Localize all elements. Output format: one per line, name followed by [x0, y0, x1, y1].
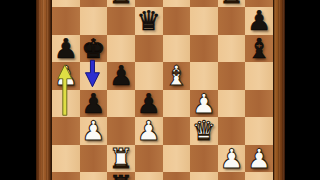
black-king-b6[interactable]: ♚: [81, 35, 105, 63]
white-queen-f3[interactable]: ♛: [192, 117, 216, 145]
square-d3[interactable]: ♟: [135, 117, 163, 145]
square-e2[interactable]: [163, 145, 191, 173]
square-b3[interactable]: ♟: [80, 117, 108, 145]
square-g6[interactable]: [218, 35, 246, 63]
square-a8[interactable]: [52, 0, 80, 7]
square-e7[interactable]: [163, 7, 191, 35]
square-h5[interactable]: [245, 62, 273, 90]
square-c2[interactable]: ♜: [107, 145, 135, 173]
board-frame-left: [36, 0, 51, 180]
black-pawn-b4[interactable]: ♟: [81, 90, 105, 118]
square-e4[interactable]: [163, 90, 191, 118]
white-pawn-b3[interactable]: ♟: [81, 117, 105, 145]
square-h2[interactable]: ♟: [245, 145, 273, 173]
square-c4[interactable]: [107, 90, 135, 118]
square-c1[interactable]: ♜: [107, 172, 135, 180]
white-pawn-f4[interactable]: ♟: [192, 90, 216, 118]
square-f1[interactable]: [190, 172, 218, 180]
square-h4[interactable]: [245, 90, 273, 118]
white-rook-g8[interactable]: ♜: [219, 0, 243, 7]
square-a1[interactable]: [52, 172, 80, 180]
square-c7[interactable]: [107, 7, 135, 35]
square-a2[interactable]: [52, 145, 80, 173]
white-pawn-g2[interactable]: ♟: [219, 145, 243, 173]
square-a6[interactable]: ♟: [52, 35, 80, 63]
square-f2[interactable]: [190, 145, 218, 173]
white-rook-c2[interactable]: ♜: [109, 145, 133, 173]
square-e6[interactable]: [163, 35, 191, 63]
black-pawn-d4[interactable]: ♟: [137, 90, 161, 118]
square-e3[interactable]: [163, 117, 191, 145]
square-b6[interactable]: ♚: [80, 35, 108, 63]
square-b1[interactable]: [80, 172, 108, 180]
square-b7[interactable]: [80, 7, 108, 35]
square-h6[interactable]: ♝: [245, 35, 273, 63]
square-f8[interactable]: [190, 0, 218, 7]
square-c8[interactable]: ♜: [107, 0, 135, 7]
square-b4[interactable]: ♟: [80, 90, 108, 118]
square-c5[interactable]: ♟: [107, 62, 135, 90]
square-c3[interactable]: [107, 117, 135, 145]
square-d6[interactable]: [135, 35, 163, 63]
square-f3[interactable]: ♛: [190, 117, 218, 145]
square-e1[interactable]: [163, 172, 191, 180]
square-d2[interactable]: [135, 145, 163, 173]
black-queen-d7[interactable]: ♛: [137, 7, 161, 35]
square-f5[interactable]: [190, 62, 218, 90]
square-g7[interactable]: [218, 7, 246, 35]
black-rook-c1[interactable]: ♜: [109, 172, 133, 180]
square-g4[interactable]: [218, 90, 246, 118]
square-b2[interactable]: [80, 145, 108, 173]
black-pawn-c5[interactable]: ♟: [109, 62, 133, 90]
chess-app-canvas: ♜♜♛♟♟♚♝♟♟♝♟♟♟♟♟♛♜♟♟♜: [0, 0, 320, 180]
square-g5[interactable]: [218, 62, 246, 90]
white-rook-c8[interactable]: ♜: [109, 0, 133, 7]
square-b8[interactable]: [80, 0, 108, 7]
square-d5[interactable]: [135, 62, 163, 90]
square-f7[interactable]: [190, 7, 218, 35]
square-f6[interactable]: [190, 35, 218, 63]
chess-board: ♜♜♛♟♟♚♝♟♟♝♟♟♟♟♟♛♜♟♟♜: [51, 0, 274, 180]
white-pawn-a5[interactable]: ♟: [54, 62, 78, 90]
white-bishop-e5[interactable]: ♝: [164, 62, 188, 90]
square-g8[interactable]: ♜: [218, 0, 246, 7]
square-d1[interactable]: [135, 172, 163, 180]
black-pawn-a6[interactable]: ♟: [54, 35, 78, 63]
square-g3[interactable]: [218, 117, 246, 145]
square-a3[interactable]: [52, 117, 80, 145]
white-pawn-h2[interactable]: ♟: [247, 145, 271, 173]
square-a7[interactable]: [52, 7, 80, 35]
square-e5[interactable]: ♝: [163, 62, 191, 90]
square-h7[interactable]: ♟: [245, 7, 273, 35]
square-a5[interactable]: ♟: [52, 62, 80, 90]
square-h3[interactable]: [245, 117, 273, 145]
square-a4[interactable]: [52, 90, 80, 118]
square-d4[interactable]: ♟: [135, 90, 163, 118]
black-bishop-h6[interactable]: ♝: [247, 35, 271, 63]
black-pawn-h7[interactable]: ♟: [247, 7, 271, 35]
square-g2[interactable]: ♟: [218, 145, 246, 173]
square-e8[interactable]: [163, 0, 191, 7]
square-d7[interactable]: ♛: [135, 7, 163, 35]
square-c6[interactable]: [107, 35, 135, 63]
square-f4[interactable]: ♟: [190, 90, 218, 118]
square-b5[interactable]: [80, 62, 108, 90]
white-pawn-d3[interactable]: ♟: [137, 117, 161, 145]
